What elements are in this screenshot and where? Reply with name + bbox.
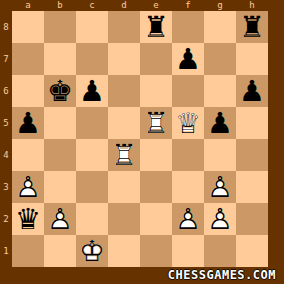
- white-rook-icon: ♜♖: [140, 107, 172, 139]
- square-c2[interactable]: [76, 203, 108, 235]
- square-f4[interactable]: [172, 139, 204, 171]
- square-b1[interactable]: [44, 235, 76, 267]
- square-b6[interactable]: ♚: [44, 75, 76, 107]
- file-label-c: c: [76, 0, 108, 11]
- square-h8[interactable]: ♜: [236, 11, 268, 43]
- square-d2[interactable]: [108, 203, 140, 235]
- rank-label-4: 4: [0, 139, 12, 171]
- black-pawn-icon: ♟: [204, 107, 236, 139]
- rank-label-1: 1: [0, 235, 12, 267]
- square-e8[interactable]: ♜: [140, 11, 172, 43]
- square-e4[interactable]: [140, 139, 172, 171]
- chess-diagram: abcdefgh 87654321 ♜♜♟♚♟♟♟♜♖♛♕♟♜♖♟♙♟♙♛♟♙♟…: [0, 0, 284, 284]
- square-h4[interactable]: [236, 139, 268, 171]
- square-d3[interactable]: [108, 171, 140, 203]
- square-h5[interactable]: [236, 107, 268, 139]
- square-c3[interactable]: [76, 171, 108, 203]
- file-label-b: b: [44, 0, 76, 11]
- square-d5[interactable]: [108, 107, 140, 139]
- square-b8[interactable]: [44, 11, 76, 43]
- square-g2[interactable]: ♟♙: [204, 203, 236, 235]
- rank-label-6: 6: [0, 75, 12, 107]
- black-pawn-icon: ♟: [76, 75, 108, 107]
- square-h2[interactable]: [236, 203, 268, 235]
- square-c1[interactable]: ♚♔: [76, 235, 108, 267]
- black-pawn-icon: ♟: [236, 75, 268, 107]
- square-f3[interactable]: [172, 171, 204, 203]
- square-g1[interactable]: [204, 235, 236, 267]
- black-pawn-icon: ♟: [172, 43, 204, 75]
- square-a3[interactable]: ♟♙: [12, 171, 44, 203]
- chess-board: ♜♜♟♚♟♟♟♜♖♛♕♟♜♖♟♙♟♙♛♟♙♟♙♟♙♚♔: [12, 11, 268, 267]
- square-b7[interactable]: [44, 43, 76, 75]
- black-queen-icon: ♛: [12, 203, 44, 235]
- square-d6[interactable]: [108, 75, 140, 107]
- square-b5[interactable]: [44, 107, 76, 139]
- rank-label-2: 2: [0, 203, 12, 235]
- black-pawn-icon: ♟: [12, 107, 44, 139]
- square-d1[interactable]: [108, 235, 140, 267]
- square-d4[interactable]: ♜♖: [108, 139, 140, 171]
- square-e3[interactable]: [140, 171, 172, 203]
- square-g7[interactable]: [204, 43, 236, 75]
- white-pawn-icon: ♟♙: [12, 171, 44, 203]
- square-g5[interactable]: ♟: [204, 107, 236, 139]
- square-e7[interactable]: [140, 43, 172, 75]
- white-king-icon: ♚♔: [76, 235, 108, 267]
- black-rook-icon: ♜: [140, 11, 172, 43]
- square-a1[interactable]: [12, 235, 44, 267]
- white-pawn-icon: ♟♙: [204, 203, 236, 235]
- square-d8[interactable]: [108, 11, 140, 43]
- square-f5[interactable]: ♛♕: [172, 107, 204, 139]
- square-g8[interactable]: [204, 11, 236, 43]
- rank-label-5: 5: [0, 107, 12, 139]
- square-h6[interactable]: ♟: [236, 75, 268, 107]
- square-g6[interactable]: [204, 75, 236, 107]
- white-queen-icon: ♛♕: [172, 107, 204, 139]
- square-c6[interactable]: ♟: [76, 75, 108, 107]
- white-rook-icon: ♜♖: [108, 139, 140, 171]
- rank-label-3: 3: [0, 171, 12, 203]
- square-c7[interactable]: [76, 43, 108, 75]
- black-king-icon: ♚: [44, 75, 76, 107]
- file-label-d: d: [108, 0, 140, 11]
- square-c4[interactable]: [76, 139, 108, 171]
- square-e6[interactable]: [140, 75, 172, 107]
- square-e5[interactable]: ♜♖: [140, 107, 172, 139]
- square-e1[interactable]: [140, 235, 172, 267]
- square-h3[interactable]: [236, 171, 268, 203]
- file-label-a: a: [12, 0, 44, 11]
- rank-label-7: 7: [0, 43, 12, 75]
- watermark-text: CHESSGAMES.COM: [168, 268, 276, 283]
- square-a6[interactable]: [12, 75, 44, 107]
- square-f6[interactable]: [172, 75, 204, 107]
- square-c5[interactable]: [76, 107, 108, 139]
- square-b3[interactable]: [44, 171, 76, 203]
- square-b2[interactable]: ♟♙: [44, 203, 76, 235]
- square-b4[interactable]: [44, 139, 76, 171]
- square-c8[interactable]: [76, 11, 108, 43]
- file-label-f: f: [172, 0, 204, 11]
- square-a4[interactable]: [12, 139, 44, 171]
- square-f7[interactable]: ♟: [172, 43, 204, 75]
- square-a5[interactable]: ♟: [12, 107, 44, 139]
- square-f2[interactable]: ♟♙: [172, 203, 204, 235]
- square-e2[interactable]: [140, 203, 172, 235]
- white-pawn-icon: ♟♙: [172, 203, 204, 235]
- square-a7[interactable]: [12, 43, 44, 75]
- rank-label-8: 8: [0, 11, 12, 43]
- white-pawn-icon: ♟♙: [204, 171, 236, 203]
- square-f8[interactable]: [172, 11, 204, 43]
- square-g3[interactable]: ♟♙: [204, 171, 236, 203]
- square-h1[interactable]: [236, 235, 268, 267]
- square-h7[interactable]: [236, 43, 268, 75]
- square-g4[interactable]: [204, 139, 236, 171]
- white-pawn-icon: ♟♙: [44, 203, 76, 235]
- black-rook-icon: ♜: [236, 11, 268, 43]
- square-a8[interactable]: [12, 11, 44, 43]
- square-d7[interactable]: [108, 43, 140, 75]
- file-label-g: g: [204, 0, 236, 11]
- square-f1[interactable]: [172, 235, 204, 267]
- square-a2[interactable]: ♛: [12, 203, 44, 235]
